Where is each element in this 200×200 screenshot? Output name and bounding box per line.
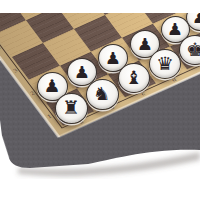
p-glyph: ♟ bbox=[137, 34, 153, 53]
piece-disc-d1-q: ♛ bbox=[149, 49, 181, 79]
piece-disc-b1-n: ♞ bbox=[86, 79, 119, 110]
piece-disc-a1-r: ♜ bbox=[55, 93, 88, 124]
r-glyph: ♜ bbox=[62, 97, 80, 119]
piece-disc-c1-b: ♝ bbox=[118, 63, 150, 93]
pieces-layer: ♟♟♟♟♟♟♚♛♝♞♜ bbox=[0, 0, 200, 200]
p-glyph: ♟ bbox=[167, 19, 183, 38]
p-glyph: ♟ bbox=[74, 62, 90, 81]
b-glyph: ♝ bbox=[125, 67, 143, 89]
p-glyph: ♟ bbox=[43, 75, 60, 95]
photo-crop-margin bbox=[0, 0, 200, 13]
k-glyph: ♚ bbox=[186, 39, 200, 61]
p-glyph: ♟ bbox=[105, 48, 121, 67]
n-glyph: ♞ bbox=[93, 83, 111, 105]
q-glyph: ♛ bbox=[156, 53, 174, 75]
piece-disc-e1-k: ♚ bbox=[179, 35, 200, 65]
chess-set-photo: abcdefgh12345678 ♟♟♟♟♟♟♚♛♝♞♜ bbox=[0, 0, 200, 200]
